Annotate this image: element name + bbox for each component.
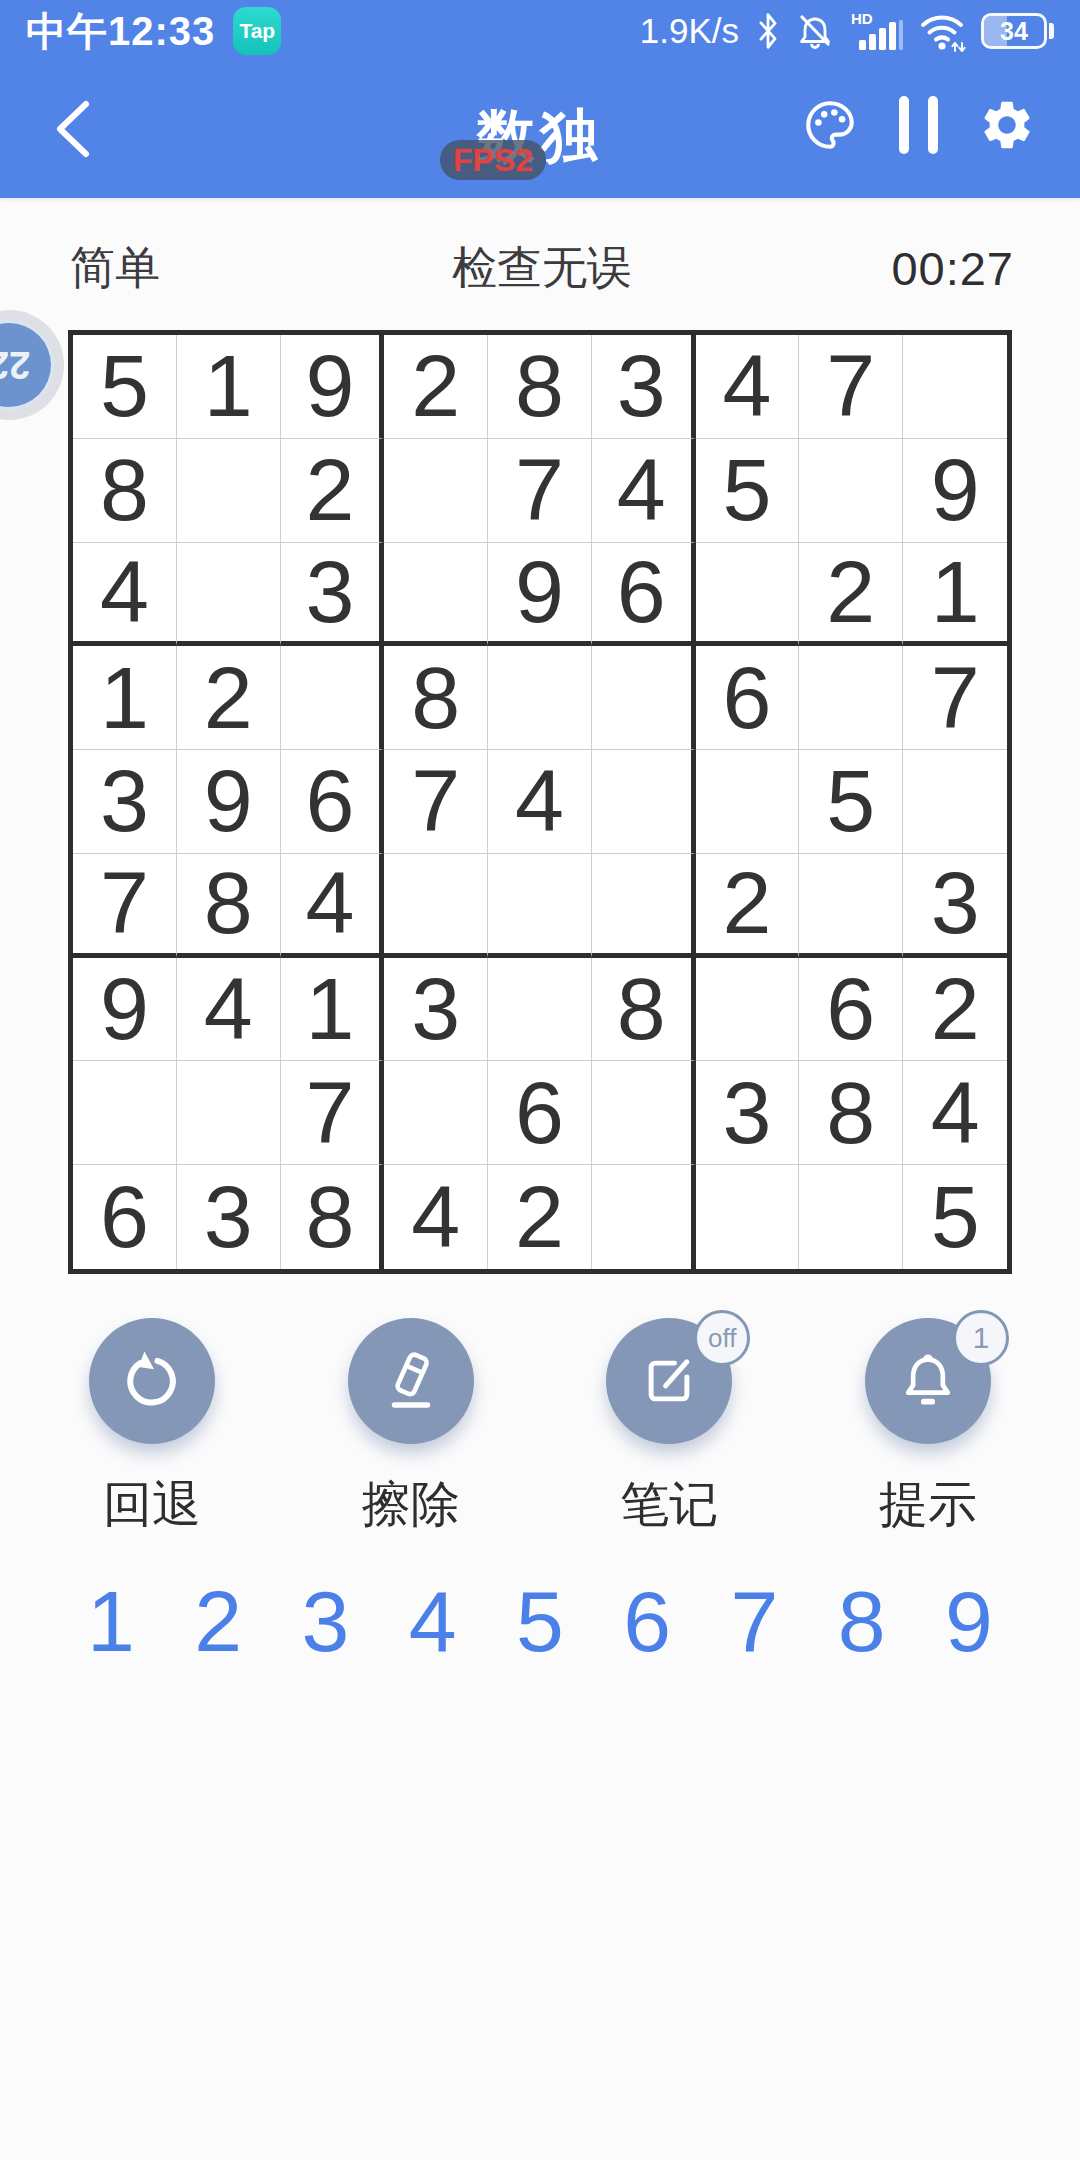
cell-r4c8[interactable] bbox=[799, 646, 903, 750]
wifi-icon bbox=[919, 10, 967, 52]
hint-label: 提示 bbox=[879, 1472, 977, 1538]
top-bar: 中午12:33 Tap 1.9K/s HD bbox=[0, 0, 1080, 198]
cell-r5c5[interactable]: 4 bbox=[488, 750, 592, 854]
cell-r8c4[interactable] bbox=[384, 1061, 488, 1165]
cell-r2c6[interactable]: 4 bbox=[592, 439, 696, 543]
cell-r4c9[interactable]: 7 bbox=[903, 646, 1007, 750]
cell-r2c7[interactable]: 5 bbox=[696, 439, 800, 543]
cell-r6c1[interactable]: 7 bbox=[73, 854, 177, 958]
cell-r2c1[interactable]: 8 bbox=[73, 439, 177, 543]
numpad-key-1[interactable]: 1 bbox=[78, 1578, 144, 1664]
cell-r1c9[interactable] bbox=[903, 335, 1007, 439]
cell-r4c2[interactable]: 2 bbox=[177, 646, 281, 750]
cell-r6c3[interactable]: 4 bbox=[281, 854, 385, 958]
network-speed: 1.9K/s bbox=[640, 11, 739, 51]
numpad-key-7[interactable]: 7 bbox=[722, 1578, 788, 1664]
bluetooth-icon bbox=[755, 12, 781, 50]
cell-r3c1[interactable]: 4 bbox=[73, 543, 177, 647]
cell-r9c1[interactable]: 6 bbox=[73, 1165, 177, 1269]
cell-r7c1[interactable]: 9 bbox=[73, 958, 177, 1062]
settings-gear-button[interactable] bbox=[978, 96, 1036, 154]
cell-r9c6[interactable] bbox=[592, 1165, 696, 1269]
cell-r3c5[interactable]: 9 bbox=[488, 543, 592, 647]
cell-r8c7[interactable]: 3 bbox=[696, 1061, 800, 1165]
undo-icon bbox=[119, 1348, 185, 1414]
app-header: 数独 FPS2 bbox=[0, 62, 1080, 198]
check-status-button[interactable]: 检查无误 bbox=[70, 238, 1014, 298]
cell-r2c4[interactable] bbox=[384, 439, 488, 543]
notes-button[interactable]: off 笔记 bbox=[589, 1318, 749, 1538]
cell-r9c4[interactable]: 4 bbox=[384, 1165, 488, 1269]
cell-r4c4[interactable]: 8 bbox=[384, 646, 488, 750]
cell-r1c4[interactable]: 2 bbox=[384, 335, 488, 439]
cell-r7c8[interactable]: 6 bbox=[799, 958, 903, 1062]
cell-r5c1[interactable]: 3 bbox=[73, 750, 177, 854]
cell-r5c3[interactable]: 6 bbox=[281, 750, 385, 854]
numpad-key-5[interactable]: 5 bbox=[507, 1578, 573, 1664]
cell-r9c7[interactable] bbox=[696, 1165, 800, 1269]
cell-r9c8[interactable] bbox=[799, 1165, 903, 1269]
number-pad: 123456789 bbox=[78, 1578, 1002, 1664]
cell-r1c6[interactable]: 3 bbox=[592, 335, 696, 439]
cell-r7c5[interactable] bbox=[488, 958, 592, 1062]
cell-r6c6[interactable] bbox=[592, 854, 696, 958]
cell-r8c2[interactable] bbox=[177, 1061, 281, 1165]
cell-r1c8[interactable]: 7 bbox=[799, 335, 903, 439]
cell-r9c2[interactable]: 3 bbox=[177, 1165, 281, 1269]
cell-r6c7[interactable]: 2 bbox=[696, 854, 800, 958]
battery-level: 34 bbox=[1000, 17, 1028, 46]
cell-r8c6[interactable] bbox=[592, 1061, 696, 1165]
cell-r3c2[interactable] bbox=[177, 543, 281, 647]
pause-button[interactable] bbox=[895, 96, 942, 154]
cell-r7c3[interactable]: 1 bbox=[281, 958, 385, 1062]
cell-r5c7[interactable] bbox=[696, 750, 800, 854]
numpad-key-3[interactable]: 3 bbox=[293, 1578, 359, 1664]
cell-r8c9[interactable]: 4 bbox=[903, 1061, 1007, 1165]
cell-r4c5[interactable] bbox=[488, 646, 592, 750]
clock: 中午12:33 bbox=[26, 4, 215, 59]
notes-label: 笔记 bbox=[620, 1472, 718, 1538]
cell-r3c9[interactable]: 1 bbox=[903, 543, 1007, 647]
notes-badge: off bbox=[694, 1310, 750, 1366]
cell-r1c5[interactable]: 8 bbox=[488, 335, 592, 439]
cell-r7c2[interactable]: 4 bbox=[177, 958, 281, 1062]
numpad-key-4[interactable]: 4 bbox=[400, 1578, 466, 1664]
cell-r6c5[interactable] bbox=[488, 854, 592, 958]
cell-r7c6[interactable]: 8 bbox=[592, 958, 696, 1062]
cell-r2c9[interactable]: 9 bbox=[903, 439, 1007, 543]
hint-badge: 1 bbox=[953, 1310, 1009, 1366]
info-bar: 简单 检查无误 00:27 bbox=[70, 238, 1014, 298]
cell-r2c8[interactable] bbox=[799, 439, 903, 543]
theme-palette-button[interactable] bbox=[801, 96, 859, 154]
cell-r8c5[interactable]: 6 bbox=[488, 1061, 592, 1165]
erase-label: 擦除 bbox=[362, 1472, 460, 1538]
floating-bubble[interactable]: 22 bbox=[0, 310, 64, 420]
status-bar: 中午12:33 Tap 1.9K/s HD bbox=[0, 0, 1080, 62]
tap-notification-icon: Tap bbox=[233, 7, 281, 55]
cell-r4c1[interactable]: 1 bbox=[73, 646, 177, 750]
cell-r5c9[interactable] bbox=[903, 750, 1007, 854]
cell-r3c7[interactable] bbox=[696, 543, 800, 647]
floating-bubble-value: 22 bbox=[0, 320, 54, 410]
cell-r6c9[interactable]: 3 bbox=[903, 854, 1007, 958]
cell-r3c8[interactable]: 2 bbox=[799, 543, 903, 647]
numpad-key-6[interactable]: 6 bbox=[614, 1578, 680, 1664]
notes-icon bbox=[636, 1348, 702, 1414]
numpad-key-8[interactable]: 8 bbox=[829, 1578, 895, 1664]
cell-r9c5[interactable]: 2 bbox=[488, 1165, 592, 1269]
undo-button[interactable]: 回退 bbox=[72, 1318, 232, 1538]
hint-button[interactable]: 1 提示 bbox=[848, 1318, 1008, 1538]
battery-icon: 34 bbox=[981, 13, 1054, 49]
cell-r5c6[interactable] bbox=[592, 750, 696, 854]
cell-r5c8[interactable]: 5 bbox=[799, 750, 903, 854]
cell-r3c4[interactable] bbox=[384, 543, 488, 647]
cell-r8c8[interactable]: 8 bbox=[799, 1061, 903, 1165]
cell-r1c1[interactable]: 5 bbox=[73, 335, 177, 439]
cell-r3c3[interactable]: 3 bbox=[281, 543, 385, 647]
cell-r4c7[interactable]: 6 bbox=[696, 646, 800, 750]
cell-r8c1[interactable] bbox=[73, 1061, 177, 1165]
cell-r4c3[interactable] bbox=[281, 646, 385, 750]
cell-r7c9[interactable]: 2 bbox=[903, 958, 1007, 1062]
hd-label: HD bbox=[851, 10, 873, 27]
cell-r6c2[interactable]: 8 bbox=[177, 854, 281, 958]
undo-label: 回退 bbox=[103, 1472, 201, 1538]
erase-button[interactable]: 擦除 bbox=[331, 1318, 491, 1538]
cell-r2c2[interactable] bbox=[177, 439, 281, 543]
fps-overlay-badge: FPS2 bbox=[440, 140, 546, 180]
cell-r5c2[interactable]: 9 bbox=[177, 750, 281, 854]
signal-icon: HD bbox=[849, 10, 905, 52]
cell-r5c4[interactable]: 7 bbox=[384, 750, 488, 854]
cell-r7c7[interactable] bbox=[696, 958, 800, 1062]
screen: 中午12:33 Tap 1.9K/s HD bbox=[0, 0, 1080, 2160]
cell-r9c3[interactable]: 8 bbox=[281, 1165, 385, 1269]
cell-r2c5[interactable]: 7 bbox=[488, 439, 592, 543]
mute-bell-icon bbox=[795, 11, 835, 51]
cell-r1c3[interactable]: 9 bbox=[281, 335, 385, 439]
sudoku-board: 5192834782745943962112867396745784239413… bbox=[68, 330, 1012, 1274]
cell-r1c2[interactable]: 1 bbox=[177, 335, 281, 439]
cell-r9c9[interactable]: 5 bbox=[903, 1165, 1007, 1269]
cell-r7c4[interactable]: 3 bbox=[384, 958, 488, 1062]
cell-r1c7[interactable]: 4 bbox=[696, 335, 800, 439]
cell-r4c6[interactable] bbox=[592, 646, 696, 750]
timer: 00:27 bbox=[891, 241, 1014, 296]
numpad-key-2[interactable]: 2 bbox=[185, 1578, 251, 1664]
action-bar: 回退 擦除 off 笔记 bbox=[72, 1318, 1008, 1538]
cell-r6c4[interactable] bbox=[384, 854, 488, 958]
eraser-icon bbox=[378, 1348, 444, 1414]
bell-icon bbox=[895, 1348, 961, 1414]
numpad-key-9[interactable]: 9 bbox=[936, 1578, 1002, 1664]
cell-r2c3[interactable]: 2 bbox=[281, 439, 385, 543]
cell-r3c6[interactable]: 6 bbox=[592, 543, 696, 647]
cell-r8c3[interactable]: 7 bbox=[281, 1061, 385, 1165]
cell-r6c8[interactable] bbox=[799, 854, 903, 958]
